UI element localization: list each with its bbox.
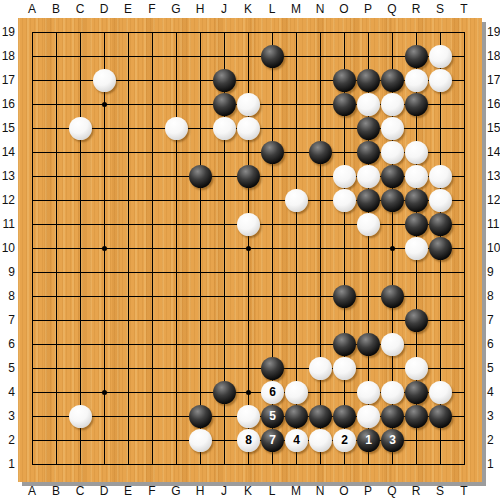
coord-label-bottom-T: T xyxy=(452,483,476,499)
coord-label-left-18: 18 xyxy=(0,48,15,64)
white-stone-O5 xyxy=(333,357,356,380)
coord-label-top-T: T xyxy=(452,1,476,17)
black-stone-P12 xyxy=(357,189,380,212)
grid-line-vertical xyxy=(320,32,321,465)
white-stone-Q6 xyxy=(381,333,404,356)
black-stone-O8 xyxy=(333,285,356,308)
coord-label-right-9: 9 xyxy=(487,264,500,280)
coord-label-top-J: J xyxy=(212,1,236,17)
black-stone-Q13 xyxy=(381,165,404,188)
go-board[interactable]: 65874213 xyxy=(18,18,482,482)
black-stone-P14 xyxy=(357,141,380,164)
coord-label-right-12: 12 xyxy=(487,192,500,208)
coord-label-bottom-D: D xyxy=(92,483,116,499)
white-stone-R17 xyxy=(405,69,428,92)
coord-label-top-Q: Q xyxy=(380,1,404,17)
black-stone-P17 xyxy=(357,69,380,92)
coord-label-left-6: 6 xyxy=(0,336,15,352)
coord-label-right-10: 10 xyxy=(487,240,500,256)
white-stone-O12 xyxy=(333,189,356,212)
coord-label-left-11: 11 xyxy=(0,216,15,232)
coord-label-bottom-L: L xyxy=(260,483,284,499)
coord-label-bottom-S: S xyxy=(428,483,452,499)
coord-label-top-L: L xyxy=(260,1,284,17)
coord-label-left-14: 14 xyxy=(0,144,15,160)
grid-line-horizontal xyxy=(32,272,465,273)
black-stone-O17 xyxy=(333,69,356,92)
black-stone-R18 xyxy=(405,45,428,68)
coord-label-left-12: 12 xyxy=(0,192,15,208)
coord-label-left-8: 8 xyxy=(0,288,15,304)
black-stone-S11 xyxy=(429,213,452,236)
coord-label-bottom-A: A xyxy=(20,483,44,499)
black-stone-L3-move-5: 5 xyxy=(261,405,284,428)
coord-label-bottom-K: K xyxy=(236,483,260,499)
coord-label-right-2: 2 xyxy=(487,432,500,448)
white-stone-M4 xyxy=(285,381,308,404)
black-stone-R4 xyxy=(405,381,428,404)
white-stone-S4 xyxy=(429,381,452,404)
coord-label-bottom-B: B xyxy=(44,483,68,499)
black-stone-R7 xyxy=(405,309,428,332)
coord-label-left-16: 16 xyxy=(0,96,15,112)
coord-label-bottom-N: N xyxy=(308,483,332,499)
coord-label-right-18: 18 xyxy=(487,48,500,64)
white-stone-K15 xyxy=(237,117,260,140)
black-stone-Q3 xyxy=(381,405,404,428)
white-stone-Q4 xyxy=(381,381,404,404)
grid-line-horizontal xyxy=(32,320,465,321)
black-stone-P6 xyxy=(357,333,380,356)
coord-label-bottom-R: R xyxy=(404,483,428,499)
black-stone-Q17 xyxy=(381,69,404,92)
coord-label-top-F: F xyxy=(140,1,164,17)
black-stone-N14 xyxy=(309,141,332,164)
coord-label-left-13: 13 xyxy=(0,168,15,184)
black-stone-J16 xyxy=(213,93,236,116)
coord-label-bottom-Q: Q xyxy=(380,483,404,499)
white-stone-S18 xyxy=(429,45,452,68)
white-stone-S13 xyxy=(429,165,452,188)
white-stone-M2-move-4: 4 xyxy=(285,429,308,452)
coord-label-right-15: 15 xyxy=(487,120,500,136)
coord-label-top-N: N xyxy=(308,1,332,17)
white-stone-G15 xyxy=(165,117,188,140)
white-stone-P16 xyxy=(357,93,380,116)
coord-label-left-10: 10 xyxy=(0,240,15,256)
white-stone-D17 xyxy=(93,69,116,92)
star-point xyxy=(246,390,251,395)
coord-label-right-16: 16 xyxy=(487,96,500,112)
coord-label-right-7: 7 xyxy=(487,312,500,328)
coord-label-top-A: A xyxy=(20,1,44,17)
coord-label-right-4: 4 xyxy=(487,384,500,400)
grid-line-horizontal xyxy=(32,368,465,369)
coord-label-right-5: 5 xyxy=(487,360,500,376)
white-stone-C3 xyxy=(69,405,92,428)
white-stone-J15 xyxy=(213,117,236,140)
white-stone-K2-move-8: 8 xyxy=(237,429,260,452)
white-stone-L4-move-6: 6 xyxy=(261,381,284,404)
black-stone-L5 xyxy=(261,357,284,380)
coord-label-bottom-G: G xyxy=(164,483,188,499)
white-stone-Q15 xyxy=(381,117,404,140)
black-stone-O3 xyxy=(333,405,356,428)
coord-label-top-R: R xyxy=(404,1,428,17)
white-stone-M12 xyxy=(285,189,308,212)
black-stone-H3 xyxy=(189,405,212,428)
coord-label-bottom-J: J xyxy=(212,483,236,499)
coord-label-right-19: 19 xyxy=(487,24,500,40)
white-stone-Q16 xyxy=(381,93,404,116)
white-stone-R13 xyxy=(405,165,428,188)
white-stone-S17 xyxy=(429,69,452,92)
white-stone-Q14 xyxy=(381,141,404,164)
white-stone-P13 xyxy=(357,165,380,188)
coord-label-bottom-P: P xyxy=(356,483,380,499)
white-stone-R10 xyxy=(405,237,428,260)
grid-line-horizontal xyxy=(32,464,465,465)
coord-label-left-4: 4 xyxy=(0,384,15,400)
black-stone-K13 xyxy=(237,165,260,188)
coord-label-left-1: 1 xyxy=(0,456,15,472)
grid-line-vertical xyxy=(464,32,465,465)
black-stone-J4 xyxy=(213,381,236,404)
white-stone-K11 xyxy=(237,213,260,236)
coord-label-top-S: S xyxy=(428,1,452,17)
white-stone-O2-move-2: 2 xyxy=(333,429,356,452)
coord-label-right-14: 14 xyxy=(487,144,500,160)
white-stone-C15 xyxy=(69,117,92,140)
white-stone-O13 xyxy=(333,165,356,188)
coord-label-top-K: K xyxy=(236,1,260,17)
black-stone-Q8 xyxy=(381,285,404,308)
star-point xyxy=(102,246,107,251)
coord-label-left-17: 17 xyxy=(0,72,15,88)
white-stone-R5 xyxy=(405,357,428,380)
coord-label-top-P: P xyxy=(356,1,380,17)
star-point xyxy=(102,102,107,107)
coord-label-top-B: B xyxy=(44,1,68,17)
coord-label-top-E: E xyxy=(116,1,140,17)
white-stone-R14 xyxy=(405,141,428,164)
coord-label-top-C: C xyxy=(68,1,92,17)
coord-label-bottom-E: E xyxy=(116,483,140,499)
coord-label-left-7: 7 xyxy=(0,312,15,328)
black-stone-R11 xyxy=(405,213,428,236)
black-stone-L2-move-7: 7 xyxy=(261,429,284,452)
black-stone-Q2-move-3: 3 xyxy=(381,429,404,452)
black-stone-P2-move-1: 1 xyxy=(357,429,380,452)
black-stone-L14 xyxy=(261,141,284,164)
white-stone-N5 xyxy=(309,357,332,380)
black-stone-O6 xyxy=(333,333,356,356)
coord-label-left-15: 15 xyxy=(0,120,15,136)
white-stone-P3 xyxy=(357,405,380,428)
black-stone-R12 xyxy=(405,189,428,212)
coord-label-bottom-C: C xyxy=(68,483,92,499)
black-stone-J17 xyxy=(213,69,236,92)
black-stone-M3 xyxy=(285,405,308,428)
white-stone-P4 xyxy=(357,381,380,404)
coord-label-top-H: H xyxy=(188,1,212,17)
black-stone-R16 xyxy=(405,93,428,116)
white-stone-S12 xyxy=(429,189,452,212)
black-stone-R3 xyxy=(405,405,428,428)
coord-label-top-G: G xyxy=(164,1,188,17)
white-stone-N2 xyxy=(309,429,332,452)
black-stone-O16 xyxy=(333,93,356,116)
coord-label-right-13: 13 xyxy=(487,168,500,184)
white-stone-K3 xyxy=(237,405,260,428)
coord-label-right-11: 11 xyxy=(487,216,500,232)
white-stone-K16 xyxy=(237,93,260,116)
star-point xyxy=(102,390,107,395)
go-game-screen: 65874213 AABBCCDDEEFFGGHHJJKKLLMMNNOOPPQ… xyxy=(0,0,500,500)
coord-label-bottom-O: O xyxy=(332,483,356,499)
black-stone-P15 xyxy=(357,117,380,140)
star-point xyxy=(390,246,395,251)
coord-label-left-9: 9 xyxy=(0,264,15,280)
black-stone-H13 xyxy=(189,165,212,188)
coord-label-bottom-H: H xyxy=(188,483,212,499)
coord-label-right-6: 6 xyxy=(487,336,500,352)
coord-label-right-8: 8 xyxy=(487,288,500,304)
white-stone-P11 xyxy=(357,213,380,236)
coord-label-bottom-M: M xyxy=(284,483,308,499)
black-stone-Q12 xyxy=(381,189,404,212)
black-stone-S3 xyxy=(429,405,452,428)
coord-label-right-3: 3 xyxy=(487,408,500,424)
black-stone-N3 xyxy=(309,405,332,428)
coord-label-right-1: 1 xyxy=(487,456,500,472)
coord-label-top-D: D xyxy=(92,1,116,17)
coord-label-left-3: 3 xyxy=(0,408,15,424)
coord-label-left-5: 5 xyxy=(0,360,15,376)
coord-label-left-19: 19 xyxy=(0,24,15,40)
white-stone-H2 xyxy=(189,429,212,452)
coord-label-right-17: 17 xyxy=(487,72,500,88)
black-stone-S10 xyxy=(429,237,452,260)
coord-label-left-2: 2 xyxy=(0,432,15,448)
coord-label-top-O: O xyxy=(332,1,356,17)
coord-label-top-M: M xyxy=(284,1,308,17)
star-point xyxy=(246,246,251,251)
coord-label-bottom-F: F xyxy=(140,483,164,499)
black-stone-L18 xyxy=(261,45,284,68)
